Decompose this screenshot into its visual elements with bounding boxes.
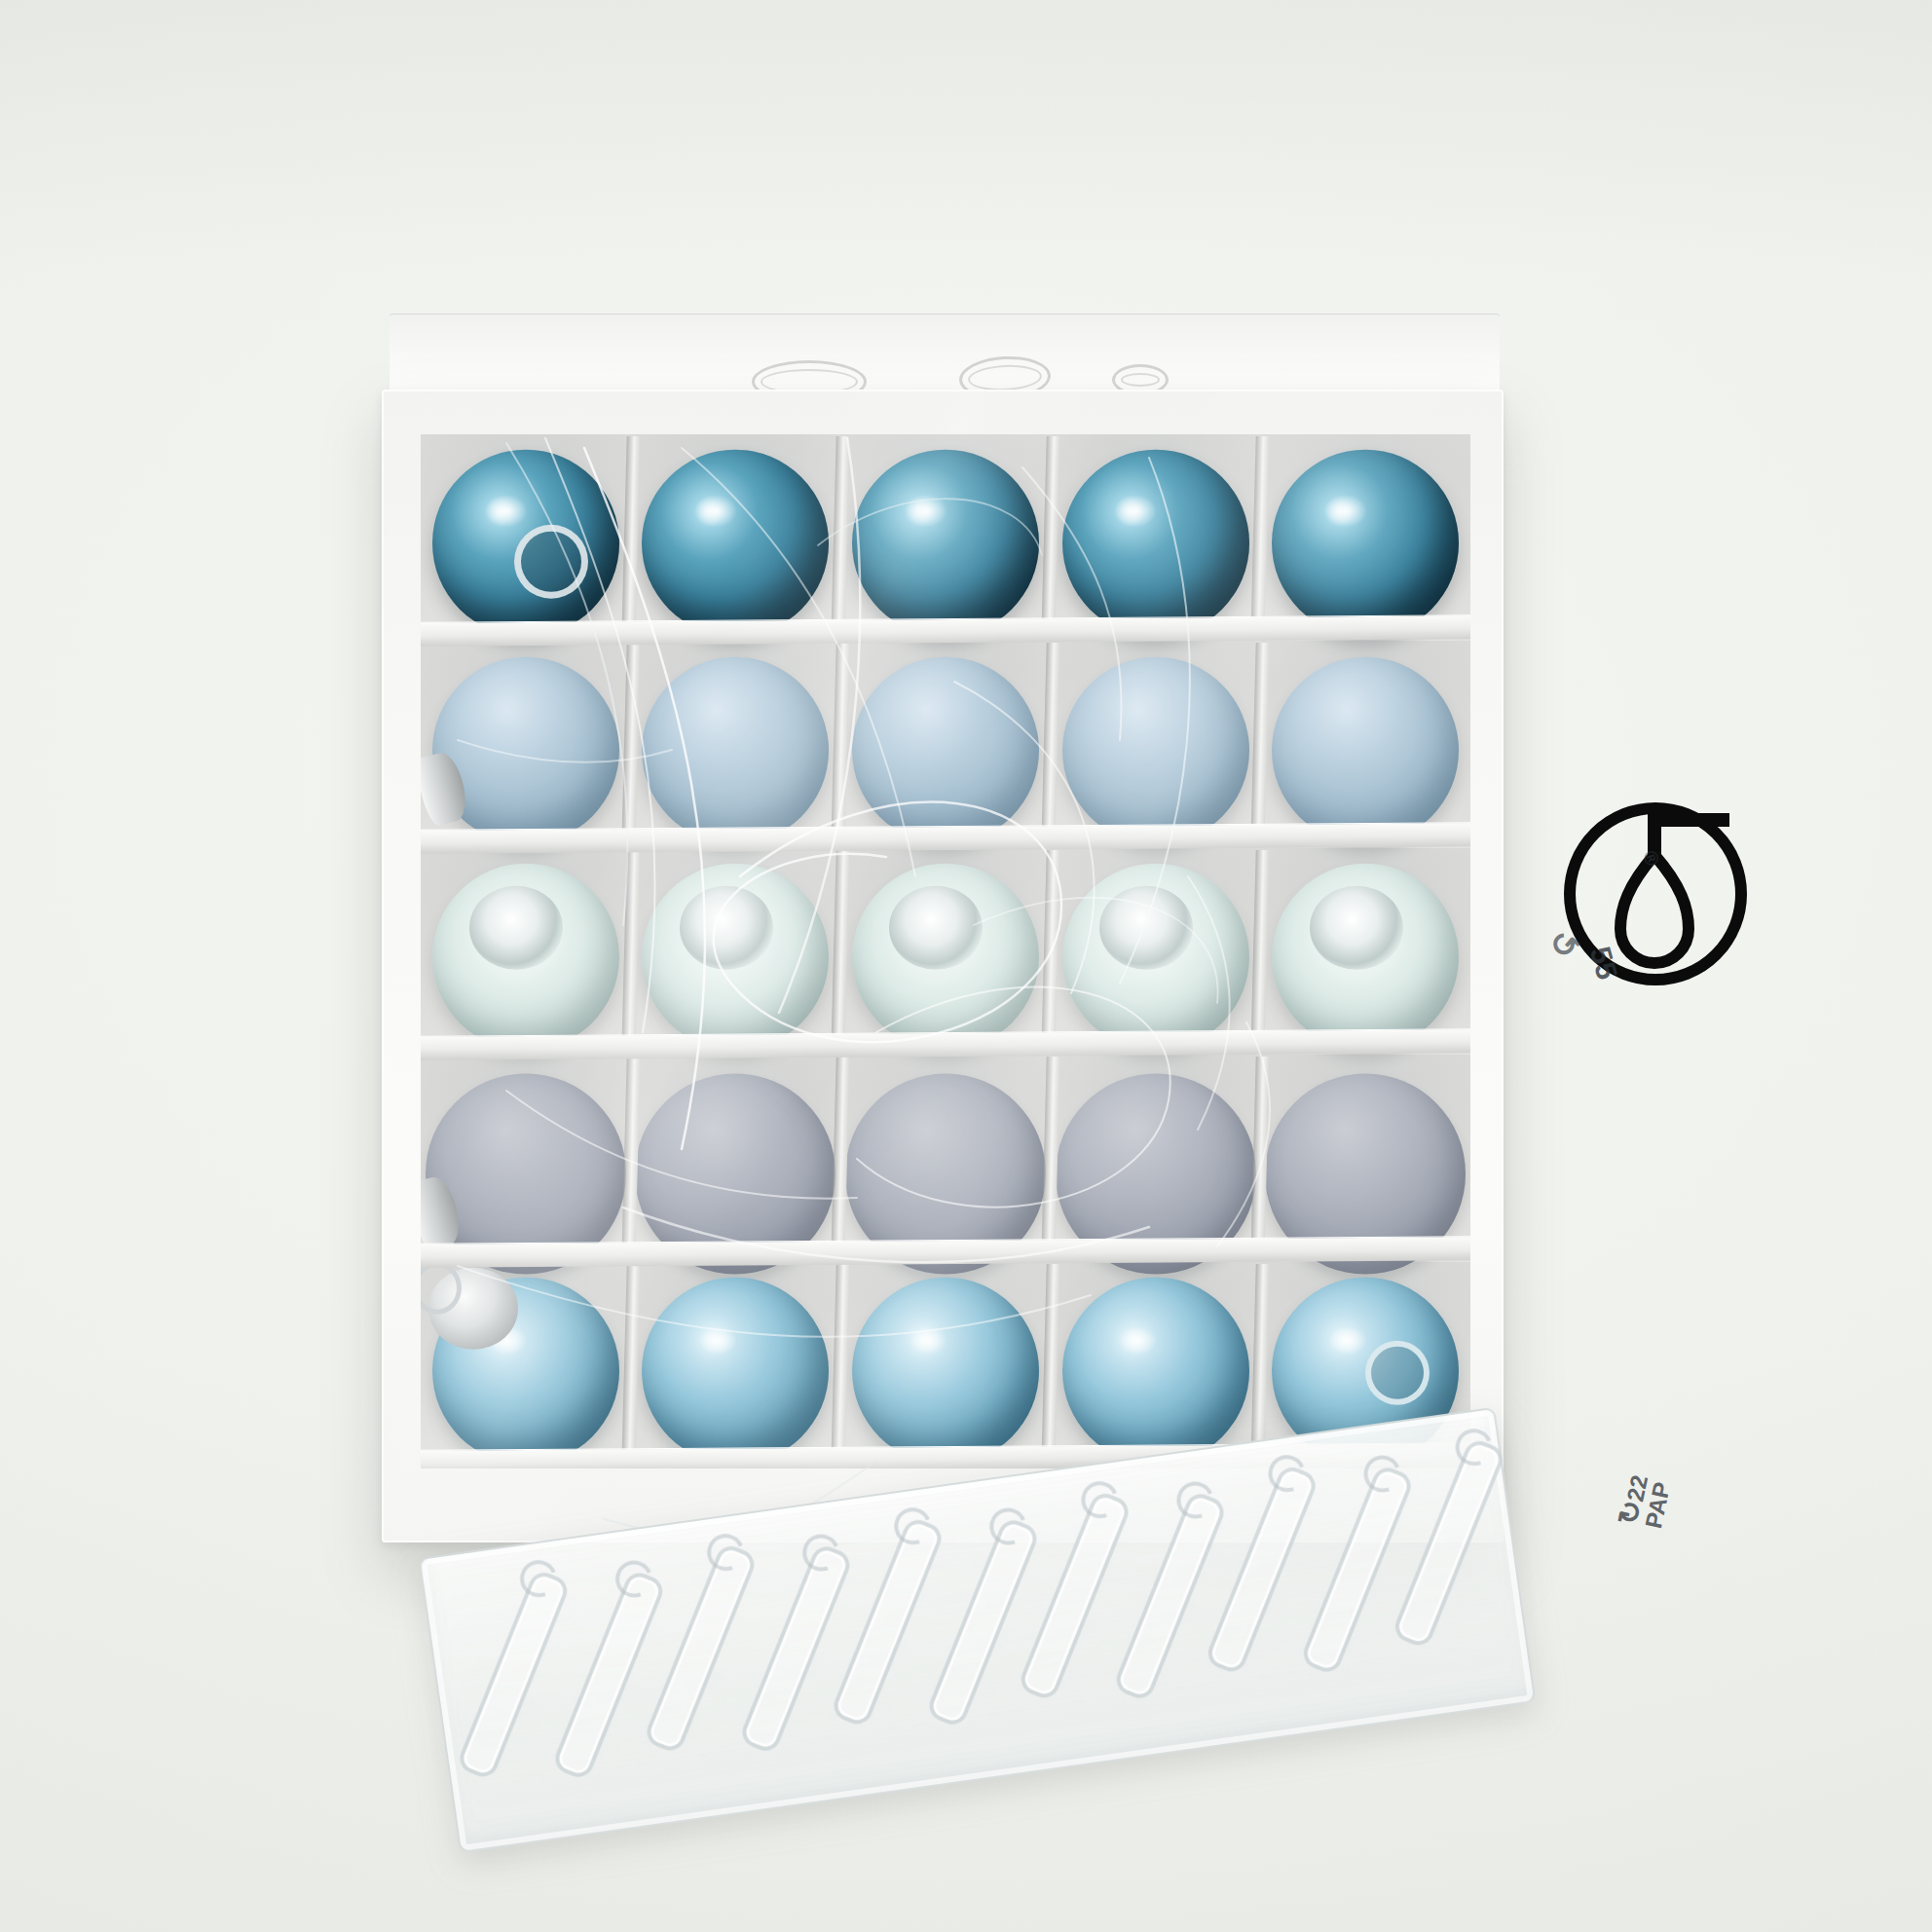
ornament-ball-light-blue-gloss <box>642 1278 829 1465</box>
ornament-ball-light-blue-gloss <box>852 1278 1039 1465</box>
grid-cell <box>631 1055 841 1261</box>
grid-cell <box>840 1055 1051 1261</box>
grid-cell <box>631 848 841 1055</box>
ornament-ball-ice-mint-gloss <box>1062 864 1249 1051</box>
grid-cell <box>1051 1262 1261 1468</box>
grid-cell <box>840 1262 1051 1468</box>
specular-highlight <box>1328 1325 1367 1355</box>
box-front-frame <box>382 390 1504 1542</box>
grid-cell <box>840 641 1051 847</box>
ornament-ball-ice-mint-gloss <box>432 864 619 1051</box>
grid-cell <box>421 848 631 1055</box>
grid-cell <box>840 848 1051 1055</box>
grid-cell <box>1260 434 1470 641</box>
specular-highlight <box>1099 886 1193 970</box>
specular-highlight <box>680 886 773 970</box>
ornament-cap <box>1365 1341 1430 1405</box>
grid-cell <box>421 1262 631 1468</box>
grid-cell <box>631 1262 841 1468</box>
ornament-ball-teal-gloss <box>642 450 829 637</box>
ornament-ball-ice-mint-gloss <box>1272 864 1459 1051</box>
specular-highlight <box>485 495 528 528</box>
ornament-cap <box>421 1174 464 1253</box>
ornament-ball-powder-blue-matte <box>642 656 829 843</box>
box-lid-top <box>390 314 1500 397</box>
ornament-ball-powder-blue-matte <box>432 656 619 843</box>
grid-cell <box>1260 848 1470 1055</box>
grid-cell <box>631 641 841 847</box>
grid-cell <box>1051 434 1261 641</box>
grid-cell <box>421 434 631 641</box>
ornament-ball-teal-gloss <box>432 450 619 637</box>
grid-row <box>421 641 1470 847</box>
ornament-ball-light-blue-gloss <box>432 1278 619 1465</box>
bauble-logo-icon <box>1558 769 1753 1013</box>
specular-highlight <box>1324 495 1367 528</box>
grid-cell <box>1051 641 1261 847</box>
ornament-ball-powder-blue-matte <box>852 656 1039 843</box>
photo-stage: 55 ↺ ® ↻22 PAP <box>0 0 1932 1932</box>
grid-cell <box>631 434 841 641</box>
grid-cell <box>1260 1055 1470 1261</box>
ornament-ball-powder-blue-matte <box>1062 656 1249 843</box>
grid-row <box>421 1055 1470 1261</box>
ornament-ball-light-blue-gloss <box>1062 1278 1249 1465</box>
ornament-ball-teal-gloss <box>852 450 1039 637</box>
pap-recycle-print: ↻22 PAP <box>1616 1472 1675 1532</box>
ornament-ball-ice-mint-gloss <box>852 864 1039 1051</box>
grid-row <box>421 434 1470 641</box>
specular-highlight <box>905 495 947 528</box>
ornament-ball-powder-blue-matte <box>1272 656 1459 843</box>
ornament-cap <box>514 525 588 599</box>
ornament-grid <box>421 434 1470 1468</box>
specular-highlight <box>889 886 983 970</box>
specular-highlight <box>1114 495 1157 528</box>
ornament-cap <box>421 750 471 829</box>
specular-highlight <box>909 1325 947 1355</box>
grid-cell <box>421 1055 631 1261</box>
ornament-ball-ice-mint-gloss <box>642 864 829 1051</box>
grid-cell <box>421 641 631 847</box>
grid-cell <box>840 434 1051 641</box>
ornament-ball-teal-gloss <box>1062 450 1249 637</box>
specular-highlight <box>1310 886 1403 970</box>
grid-cell <box>1260 641 1470 847</box>
ornament-cap <box>428 1268 518 1350</box>
ornament-ball-teal-gloss <box>1272 450 1459 637</box>
grid-cell <box>1051 848 1261 1055</box>
specular-highlight <box>698 1325 737 1355</box>
grid-row <box>421 848 1470 1055</box>
specular-highlight <box>1118 1325 1157 1355</box>
specular-highlight <box>694 495 737 528</box>
ornament-box: 55 ↺ ® ↻22 PAP <box>382 314 1504 1542</box>
specular-highlight <box>469 886 563 970</box>
grid-cell <box>1051 1055 1261 1261</box>
